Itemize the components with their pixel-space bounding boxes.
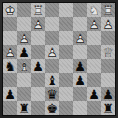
square-g8[interactable]: ♞♘ — [87, 3, 101, 17]
square-d6[interactable] — [45, 31, 59, 45]
square-a8[interactable]: ♚♔ — [3, 3, 17, 17]
square-f7[interactable] — [73, 17, 87, 31]
square-e7[interactable] — [59, 17, 73, 31]
square-b8[interactable] — [17, 3, 31, 17]
square-a7[interactable] — [3, 17, 17, 31]
square-c4[interactable]: ♟ — [31, 59, 45, 73]
square-c3[interactable] — [31, 73, 45, 87]
white-pawn: ♙ — [73, 31, 87, 45]
square-f2[interactable] — [73, 87, 87, 101]
square-b3[interactable] — [17, 73, 31, 87]
square-e6[interactable] — [59, 31, 73, 45]
square-f6[interactable]: ♟♙ — [73, 31, 87, 45]
white-rook-fill: ♜ — [101, 3, 115, 17]
square-g4[interactable] — [87, 59, 101, 73]
white-pawn-fill: ♟ — [45, 45, 59, 59]
white-bishop: ♗ — [17, 59, 31, 73]
white-pawn-fill: ♟ — [3, 45, 17, 59]
white-queen: ♕ — [101, 45, 115, 59]
square-c5[interactable] — [31, 45, 45, 59]
white-pawn: ♙ — [101, 17, 115, 31]
square-e1[interactable] — [59, 101, 73, 115]
square-b2[interactable] — [17, 87, 31, 101]
black-pawn: ♟ — [101, 87, 115, 101]
square-h2[interactable]: ♟ — [101, 87, 115, 101]
white-queen-fill: ♛ — [101, 45, 115, 59]
square-g5[interactable] — [87, 45, 101, 59]
white-knight-fill: ♞ — [87, 3, 101, 17]
black-pawn: ♟ — [31, 59, 45, 73]
square-h8[interactable]: ♜♖ — [101, 3, 115, 17]
square-a4[interactable]: ♞ — [3, 59, 17, 73]
square-c7[interactable]: ♟♙ — [31, 17, 45, 31]
square-c2[interactable] — [31, 87, 45, 101]
square-g3[interactable] — [87, 73, 101, 87]
square-g1[interactable] — [87, 101, 101, 115]
square-d8[interactable] — [45, 3, 59, 17]
white-pawn: ♙ — [87, 17, 101, 31]
square-h3[interactable] — [101, 73, 115, 87]
square-g6[interactable] — [87, 31, 101, 45]
square-b7[interactable] — [17, 17, 31, 31]
black-rook: ♜ — [17, 101, 31, 115]
square-c8[interactable]: ♜♖ — [31, 3, 45, 17]
square-g2[interactable]: ♟ — [87, 87, 101, 101]
white-pawn-fill: ♟ — [87, 17, 101, 31]
white-rook-fill: ♜ — [31, 3, 45, 17]
square-c1[interactable] — [31, 101, 45, 115]
white-rook: ♖ — [31, 3, 45, 17]
square-b5[interactable]: ♟ — [17, 45, 31, 59]
black-pawn: ♟ — [73, 59, 87, 73]
black-knight: ♞ — [3, 59, 17, 73]
black-queen: ♛ — [45, 87, 59, 101]
square-a2[interactable]: ♟ — [3, 87, 17, 101]
square-h1[interactable]: ♜ — [101, 101, 115, 115]
white-bishop-fill: ♝ — [17, 59, 31, 73]
square-f5[interactable] — [73, 45, 87, 59]
black-pawn: ♟ — [3, 87, 17, 101]
square-d2[interactable]: ♛ — [45, 87, 59, 101]
square-h7[interactable]: ♟♙ — [101, 17, 115, 31]
square-e3[interactable] — [59, 73, 73, 87]
white-pawn: ♙ — [31, 17, 45, 31]
white-king-fill: ♚ — [3, 3, 17, 17]
black-pawn: ♟ — [17, 45, 31, 59]
white-pawn-fill: ♟ — [17, 31, 31, 45]
white-king: ♔ — [3, 3, 17, 17]
white-pawn: ♙ — [17, 31, 31, 45]
square-b1[interactable]: ♜ — [17, 101, 31, 115]
white-pawn-fill: ♟ — [101, 17, 115, 31]
square-f1[interactable] — [73, 101, 87, 115]
board-frame: ♚♔♜♖♞♘♜♖♟♙♟♙♟♙♟♙♟♙♟♙♟♟♙♛♕♞♝♗♟♟♝♟♟♛♟♟♜♚♜ — [0, 0, 118, 118]
square-d4[interactable] — [45, 59, 59, 73]
square-e5[interactable] — [59, 45, 73, 59]
square-a6[interactable] — [3, 31, 17, 45]
square-f4[interactable]: ♟ — [73, 59, 87, 73]
square-h4[interactable] — [101, 59, 115, 73]
square-d3[interactable]: ♝ — [45, 73, 59, 87]
black-pawn: ♟ — [87, 87, 101, 101]
square-e2[interactable] — [59, 87, 73, 101]
square-a1[interactable] — [3, 101, 17, 115]
square-b4[interactable]: ♝♗ — [17, 59, 31, 73]
white-pawn-fill: ♟ — [73, 31, 87, 45]
black-rook: ♜ — [101, 101, 115, 115]
square-d5[interactable]: ♟♙ — [45, 45, 59, 59]
black-bishop: ♝ — [45, 73, 59, 87]
chess-board: ♚♔♜♖♞♘♜♖♟♙♟♙♟♙♟♙♟♙♟♙♟♟♙♛♕♞♝♗♟♟♝♟♟♛♟♟♜♚♜ — [3, 3, 115, 115]
black-king: ♚ — [45, 101, 59, 115]
white-knight: ♘ — [87, 3, 101, 17]
white-pawn: ♙ — [45, 45, 59, 59]
square-d7[interactable] — [45, 17, 59, 31]
square-c6[interactable] — [31, 31, 45, 45]
white-pawn: ♙ — [3, 45, 17, 59]
square-f8[interactable] — [73, 3, 87, 17]
square-b6[interactable]: ♟♙ — [17, 31, 31, 45]
square-e4[interactable] — [59, 59, 73, 73]
black-pawn: ♟ — [73, 73, 87, 87]
square-a3[interactable] — [3, 73, 17, 87]
square-f3[interactable]: ♟ — [73, 73, 87, 87]
square-h5[interactable]: ♛♕ — [101, 45, 115, 59]
square-a5[interactable]: ♟♙ — [3, 45, 17, 59]
square-e8[interactable] — [59, 3, 73, 17]
square-g7[interactable]: ♟♙ — [87, 17, 101, 31]
square-h6[interactable] — [101, 31, 115, 45]
square-d1[interactable]: ♚ — [45, 101, 59, 115]
white-pawn-fill: ♟ — [31, 17, 45, 31]
white-rook: ♖ — [101, 3, 115, 17]
